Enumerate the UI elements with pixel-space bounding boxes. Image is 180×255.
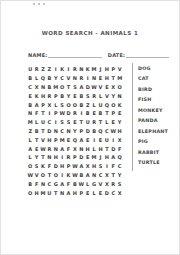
- grid-cell: M: [116, 74, 122, 83]
- word-list-item: PIG: [138, 137, 168, 147]
- page-corner-marks: [32, 2, 46, 6]
- date-underline: [126, 51, 169, 58]
- word-list-item: TURTLE: [138, 158, 168, 168]
- grid-cell: E: [116, 109, 122, 118]
- date-label: DATE:: [108, 52, 125, 58]
- word-list-item: MONKEY: [138, 106, 168, 116]
- name-underline: [48, 51, 101, 58]
- word-search-grid: URZZIKIRNKMJHPVBLQBYCVNRINEHTMCXNBMOTSAD…: [27, 65, 123, 197]
- word-list-item: ELEPHANT: [138, 127, 168, 137]
- grid-cell: F: [116, 144, 122, 153]
- grid-cell: V: [116, 65, 122, 74]
- worksheet-page: WORD SEARCH - ANIMALS 1 NAME: DATE: URZZ…: [0, 0, 180, 255]
- grid-cell: O: [116, 83, 122, 92]
- grid-cell: Y: [116, 171, 122, 180]
- grid-cell: N: [116, 91, 122, 100]
- word-list-divider: [132, 63, 133, 171]
- word-list-item: BIRD: [138, 85, 168, 95]
- grid-cell: C: [116, 162, 122, 171]
- word-list-item: RABBIT: [138, 148, 168, 158]
- word-list: DOGCATBIRDFISHMONKEYPANDAELEPHANTPIGRABB…: [138, 64, 168, 168]
- grid-cell: K: [116, 100, 122, 109]
- grid-cell: X: [116, 135, 122, 144]
- grid-cell: Q: [116, 153, 122, 162]
- grid-cell: H: [116, 127, 122, 136]
- word-list-item: DOG: [138, 64, 168, 74]
- name-date-row: NAME: DATE:: [28, 51, 169, 58]
- grid-cell: X: [116, 188, 122, 197]
- word-list-item: FISH: [138, 95, 168, 105]
- page-title: WORD SEARCH - ANIMALS 1: [1, 30, 179, 36]
- grid-cell: S: [116, 179, 122, 188]
- name-label: NAME:: [28, 52, 47, 58]
- word-list-item: PANDA: [138, 116, 168, 126]
- grid-cell: Y: [116, 118, 122, 127]
- word-list-item: CAT: [138, 74, 168, 84]
